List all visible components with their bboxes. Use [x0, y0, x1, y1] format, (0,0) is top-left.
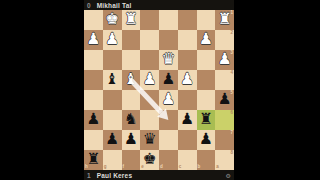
piece-white-bishop-f4[interactable]: ♝: [122, 70, 141, 90]
bottom-player-name: Paul Keres: [97, 172, 133, 179]
coord-rank-3: 3: [230, 51, 233, 56]
square-h5[interactable]: [84, 90, 103, 110]
square-g2[interactable]: ♟: [103, 30, 122, 50]
square-b3[interactable]: [197, 50, 216, 70]
piece-white-pawn-e4[interactable]: ♟: [140, 70, 159, 90]
square-a1[interactable]: ♜1: [215, 10, 234, 30]
square-e8[interactable]: ♚e: [140, 150, 159, 170]
square-b6[interactable]: ♜: [197, 110, 216, 130]
square-b2[interactable]: ♟: [197, 30, 216, 50]
square-d5[interactable]: ♟: [159, 90, 178, 110]
piece-white-pawn-h2[interactable]: ♟: [84, 30, 103, 50]
coord-file-h: h: [85, 165, 88, 170]
square-c3[interactable]: [178, 50, 197, 70]
square-e2[interactable]: [140, 30, 159, 50]
square-c6[interactable]: ♟: [178, 110, 197, 130]
square-h6[interactable]: ♟: [84, 110, 103, 130]
piece-white-pawn-c4[interactable]: ♟: [178, 70, 197, 90]
coord-file-f: f: [123, 165, 125, 170]
coord-rank-4: 4: [230, 71, 233, 76]
coord-file-e: e: [141, 165, 144, 170]
bottom-player-bar: 1 Paul Keres ⚙: [84, 170, 234, 180]
square-h3[interactable]: [84, 50, 103, 70]
settings-icon[interactable]: ⚙: [226, 172, 231, 179]
piece-white-queen-d3[interactable]: ♛: [159, 50, 178, 70]
square-h1[interactable]: [84, 10, 103, 30]
square-d7[interactable]: [159, 130, 178, 150]
square-e7[interactable]: ♛: [140, 130, 159, 150]
square-a2[interactable]: 2: [215, 30, 234, 50]
square-c8[interactable]: c: [178, 150, 197, 170]
coord-file-c: c: [179, 165, 182, 170]
square-h7[interactable]: [84, 130, 103, 150]
square-c2[interactable]: [178, 30, 197, 50]
square-a6[interactable]: 6: [215, 110, 234, 130]
screenshot-stage: 0 Mikhail Tal ♚♜♜1♟♟♟2♛♟3♝♝♟♟♟4♟♟5♟♞♟♜6♟…: [0, 0, 320, 180]
square-d8[interactable]: d: [159, 150, 178, 170]
piece-white-pawn-b2[interactable]: ♟: [197, 30, 216, 50]
square-f1[interactable]: ♜: [122, 10, 141, 30]
square-b7[interactable]: ♟: [197, 130, 216, 150]
square-e3[interactable]: [140, 50, 159, 70]
square-f4[interactable]: ♝: [122, 70, 141, 90]
square-a4[interactable]: 4: [215, 70, 234, 90]
square-f5[interactable]: [122, 90, 141, 110]
square-a5[interactable]: ♟5: [215, 90, 234, 110]
piece-black-rook-b6[interactable]: ♜: [197, 110, 216, 130]
piece-black-pawn-g7[interactable]: ♟: [103, 130, 122, 150]
bottom-player-score: 1: [87, 172, 91, 179]
square-e1[interactable]: [140, 10, 159, 30]
coord-file-d: d: [160, 165, 163, 170]
coord-rank-5: 5: [230, 91, 233, 96]
square-b8[interactable]: b: [197, 150, 216, 170]
square-b1[interactable]: [197, 10, 216, 30]
piece-white-pawn-g2[interactable]: ♟: [103, 30, 122, 50]
top-player-name: Mikhail Tal: [97, 2, 132, 9]
square-b5[interactable]: [197, 90, 216, 110]
square-e4[interactable]: ♟: [140, 70, 159, 90]
piece-black-pawn-f7[interactable]: ♟: [122, 130, 141, 150]
coord-rank-1: 1: [230, 11, 233, 16]
square-d6[interactable]: [159, 110, 178, 130]
square-a3[interactable]: ♟3: [215, 50, 234, 70]
square-b4[interactable]: [197, 70, 216, 90]
square-g4[interactable]: ♝: [103, 70, 122, 90]
square-e5[interactable]: [140, 90, 159, 110]
square-g6[interactable]: [103, 110, 122, 130]
coord-rank-6: 6: [230, 111, 233, 116]
square-a7[interactable]: 7: [215, 130, 234, 150]
coord-rank-8: 8: [230, 151, 233, 156]
square-g7[interactable]: ♟: [103, 130, 122, 150]
square-g3[interactable]: [103, 50, 122, 70]
piece-black-pawn-h6[interactable]: ♟: [84, 110, 103, 130]
top-player-score: 0: [87, 2, 91, 9]
square-d1[interactable]: [159, 10, 178, 30]
piece-black-bishop-g4[interactable]: ♝: [103, 70, 122, 90]
square-d4[interactable]: ♟: [159, 70, 178, 90]
square-f3[interactable]: [122, 50, 141, 70]
square-g5[interactable]: [103, 90, 122, 110]
square-f8[interactable]: f: [122, 150, 141, 170]
piece-black-pawn-b7[interactable]: ♟: [197, 130, 216, 150]
square-h8[interactable]: ♜h: [84, 150, 103, 170]
square-c4[interactable]: ♟: [178, 70, 197, 90]
square-a8[interactable]: 8a: [215, 150, 234, 170]
square-d2[interactable]: [159, 30, 178, 50]
piece-white-pawn-d5[interactable]: ♟: [159, 90, 178, 110]
square-e6[interactable]: [140, 110, 159, 130]
chess-app: 0 Mikhail Tal ♚♜♜1♟♟♟2♛♟3♝♝♟♟♟4♟♟5♟♞♟♜6♟…: [84, 0, 234, 180]
top-player-bar: 0 Mikhail Tal: [84, 0, 234, 10]
square-d3[interactable]: ♛: [159, 50, 178, 70]
square-h4[interactable]: [84, 70, 103, 90]
square-g1[interactable]: ♚: [103, 10, 122, 30]
piece-black-queen-e7[interactable]: ♛: [140, 130, 159, 150]
chess-board[interactable]: ♚♜♜1♟♟♟2♛♟3♝♝♟♟♟4♟♟5♟♞♟♜6♟♟♛♟7♜hgf♚edcb8…: [84, 10, 234, 170]
square-f2[interactable]: [122, 30, 141, 50]
square-f6[interactable]: ♞: [122, 110, 141, 130]
piece-white-king-g1[interactable]: ♚: [103, 10, 122, 30]
square-h2[interactable]: ♟: [84, 30, 103, 50]
piece-black-pawn-c6[interactable]: ♟: [178, 110, 197, 130]
coord-file-b: b: [198, 165, 201, 170]
piece-black-pawn-d4[interactable]: ♟: [159, 70, 178, 90]
piece-black-knight-f6[interactable]: ♞: [122, 110, 141, 130]
square-c7[interactable]: [178, 130, 197, 150]
coord-rank-2: 2: [230, 31, 233, 36]
square-g8[interactable]: g: [103, 150, 122, 170]
piece-white-rook-f1[interactable]: ♜: [122, 10, 141, 30]
square-c5[interactable]: [178, 90, 197, 110]
coord-file-g: g: [104, 165, 107, 170]
square-c1[interactable]: [178, 10, 197, 30]
coord-rank-7: 7: [230, 131, 233, 136]
square-f7[interactable]: ♟: [122, 130, 141, 150]
coord-file-a: a: [216, 165, 219, 170]
